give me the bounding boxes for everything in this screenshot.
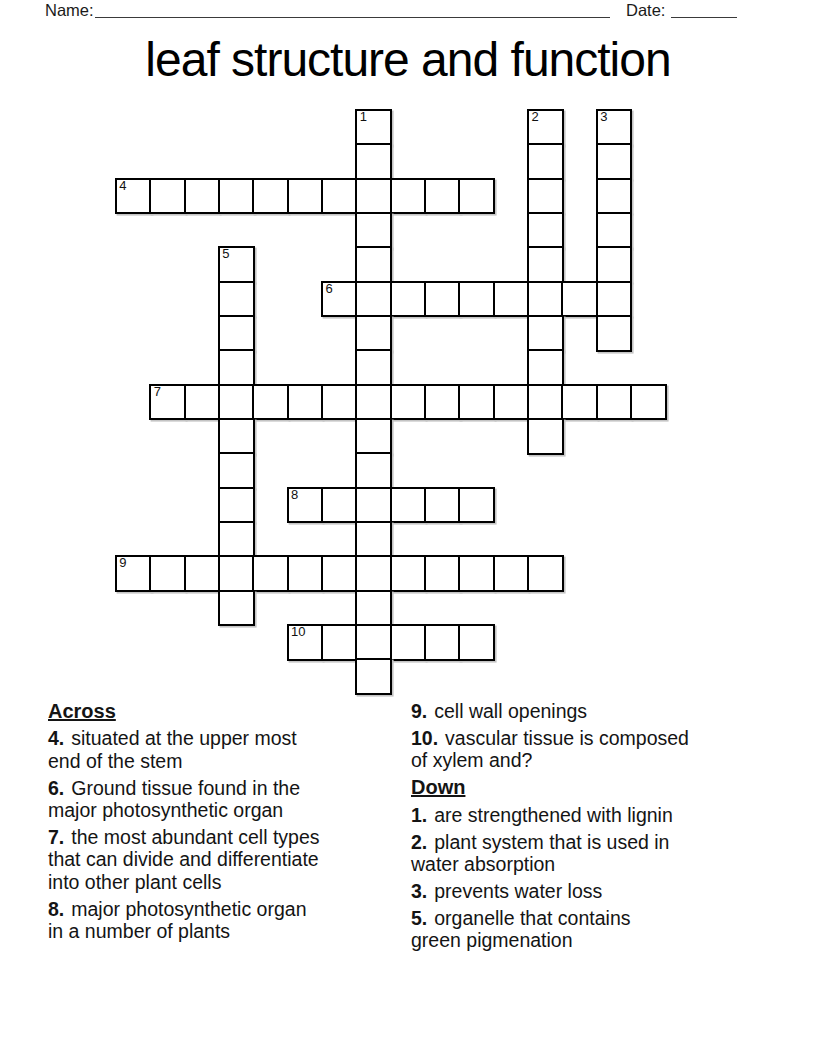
across-clues-column: Across 4.situated at the upper most end … xyxy=(48,700,400,947)
grid-cell[interactable] xyxy=(493,384,530,421)
grid-cell[interactable] xyxy=(458,624,495,661)
grid-cell[interactable] xyxy=(458,487,495,524)
grid-cell[interactable] xyxy=(218,281,255,318)
grid-cell[interactable] xyxy=(218,418,255,455)
grid-cell[interactable] xyxy=(596,281,633,318)
clue-1-down: 1.are strengthened with lignin xyxy=(411,804,759,826)
grid-cell[interactable] xyxy=(355,555,392,592)
clue-10-across: 10.vascular tissue is composed of xylem … xyxy=(411,727,759,772)
across-header: Across xyxy=(48,700,400,722)
grid-cell[interactable] xyxy=(355,315,392,352)
grid-cell[interactable] xyxy=(287,178,324,215)
grid-cell[interactable] xyxy=(596,246,633,283)
grid-cell[interactable] xyxy=(355,384,392,421)
grid-cell[interactable] xyxy=(321,555,358,592)
grid-cell[interactable] xyxy=(424,384,461,421)
grid-cell[interactable]: 2 xyxy=(527,109,564,146)
grid-cell[interactable] xyxy=(287,384,324,421)
puzzle-title: leaf structure and function xyxy=(0,32,816,87)
grid-cell[interactable] xyxy=(424,281,461,318)
grid-cell[interactable] xyxy=(596,212,633,249)
clue-number: 10 xyxy=(291,625,305,639)
grid-cell[interactable] xyxy=(184,178,221,215)
grid-cell[interactable] xyxy=(596,143,633,180)
grid-cell[interactable] xyxy=(390,487,427,524)
grid-cell[interactable] xyxy=(218,521,255,558)
grid-cell[interactable] xyxy=(355,212,392,249)
grid-cell[interactable] xyxy=(218,349,255,386)
grid-cell[interactable] xyxy=(355,246,392,283)
clue-8-across: 8.major photosynthetic organ in a number… xyxy=(48,898,400,943)
grid-cell[interactable] xyxy=(149,178,186,215)
clue-number: 6 xyxy=(325,282,332,296)
grid-cell[interactable] xyxy=(527,315,564,352)
grid-cell[interactable] xyxy=(527,281,564,318)
clue-4-across: 4.situated at the upper most end of the … xyxy=(48,727,400,772)
grid-cell[interactable] xyxy=(184,555,221,592)
clue-number: 9 xyxy=(119,556,126,570)
grid-cell[interactable] xyxy=(493,555,530,592)
grid-cell[interactable] xyxy=(424,178,461,215)
grid-cell[interactable] xyxy=(561,281,598,318)
grid-cell[interactable] xyxy=(321,624,358,661)
grid-cell[interactable] xyxy=(355,590,392,627)
grid-cell[interactable] xyxy=(527,143,564,180)
grid-cell[interactable] xyxy=(527,418,564,455)
grid-cell[interactable] xyxy=(527,212,564,249)
grid-cell[interactable] xyxy=(252,384,289,421)
date-label: Date: xyxy=(626,1,665,20)
clue-number: 5 xyxy=(222,247,229,261)
grid-cell[interactable] xyxy=(218,178,255,215)
grid-cell[interactable] xyxy=(321,384,358,421)
clue-2-down: 2.plant system that is used in water abs… xyxy=(411,831,759,876)
clue-5-down: 5.organelle that contains green pigmenat… xyxy=(411,907,759,952)
date-input-line[interactable] xyxy=(671,2,737,18)
clue-number: 8 xyxy=(291,488,298,502)
grid-cell[interactable] xyxy=(527,384,564,421)
crossword-worksheet: { "game": "crossword", "header": { "name… xyxy=(0,0,816,1056)
grid-cell[interactable] xyxy=(218,452,255,489)
grid-cell[interactable] xyxy=(596,384,633,421)
grid-cell[interactable] xyxy=(355,658,392,695)
grid-cell[interactable] xyxy=(321,487,358,524)
grid-cell[interactable] xyxy=(355,143,392,180)
grid-cell[interactable] xyxy=(252,178,289,215)
clue-number: 2 xyxy=(532,110,539,124)
grid-cell[interactable] xyxy=(527,555,564,592)
grid-cell[interactable] xyxy=(149,555,186,592)
grid-cell[interactable] xyxy=(355,452,392,489)
grid-cell[interactable] xyxy=(527,349,564,386)
clue-7-across: 7.the most abundant cell types that can … xyxy=(48,826,400,893)
crossword-grid: 12345678910 xyxy=(116,110,667,695)
grid-cell[interactable] xyxy=(321,178,358,215)
grid-cell[interactable] xyxy=(218,555,255,592)
grid-cell[interactable]: 6 xyxy=(321,281,358,318)
grid-cell[interactable] xyxy=(287,555,324,592)
grid-cell[interactable] xyxy=(355,487,392,524)
clue-number: 1 xyxy=(360,110,367,124)
grid-cell[interactable] xyxy=(630,384,667,421)
grid-cell[interactable]: 7 xyxy=(149,384,186,421)
down-header: Down xyxy=(411,776,759,798)
grid-cell[interactable] xyxy=(218,384,255,421)
grid-cell[interactable] xyxy=(458,178,495,215)
grid-cell[interactable] xyxy=(390,281,427,318)
grid-cell[interactable] xyxy=(390,624,427,661)
grid-cell[interactable] xyxy=(218,590,255,627)
grid-cell[interactable] xyxy=(596,315,633,352)
grid-cell[interactable]: 3 xyxy=(596,109,633,146)
grid-cell[interactable] xyxy=(424,555,461,592)
grid-cell[interactable]: 9 xyxy=(115,555,152,592)
grid-cell[interactable]: 1 xyxy=(355,109,392,146)
grid-cell[interactable] xyxy=(458,384,495,421)
grid-cell[interactable] xyxy=(218,315,255,352)
grid-cell[interactable]: 8 xyxy=(287,487,324,524)
clue-6-across: 6.Ground tissue found in the major photo… xyxy=(48,777,400,822)
grid-cell[interactable] xyxy=(596,178,633,215)
down-clues-column: 9.cell wall openings 10.vascular tissue … xyxy=(411,700,759,956)
grid-cell[interactable] xyxy=(355,281,392,318)
name-label: Name: xyxy=(45,1,94,20)
grid-cell[interactable] xyxy=(355,349,392,386)
clue-3-down: 3.prevents water loss xyxy=(411,880,759,902)
grid-cell[interactable] xyxy=(527,246,564,283)
clue-number: 3 xyxy=(600,110,607,124)
grid-cell[interactable]: 4 xyxy=(115,178,152,215)
grid-cell[interactable] xyxy=(527,178,564,215)
grid-cell[interactable] xyxy=(390,178,427,215)
grid-cell[interactable] xyxy=(561,384,598,421)
grid-cell[interactable] xyxy=(493,281,530,318)
grid-cell[interactable] xyxy=(424,487,461,524)
clue-9-across: 9.cell wall openings xyxy=(411,700,759,722)
grid-cell[interactable]: 5 xyxy=(218,246,255,283)
grid-cell[interactable] xyxy=(184,384,221,421)
grid-cell[interactable] xyxy=(355,418,392,455)
grid-cell[interactable] xyxy=(390,384,427,421)
grid-cell[interactable] xyxy=(355,178,392,215)
grid-cell[interactable] xyxy=(458,281,495,318)
grid-cell[interactable] xyxy=(458,555,495,592)
grid-cell[interactable] xyxy=(355,624,392,661)
grid-cell[interactable] xyxy=(218,487,255,524)
grid-cell[interactable] xyxy=(390,555,427,592)
clue-number: 7 xyxy=(154,385,161,399)
name-input-line[interactable] xyxy=(95,2,610,18)
grid-cell[interactable] xyxy=(355,521,392,558)
grid-cell[interactable] xyxy=(252,555,289,592)
grid-cell[interactable]: 10 xyxy=(287,624,324,661)
clue-number: 4 xyxy=(119,179,126,193)
grid-cell[interactable] xyxy=(424,624,461,661)
